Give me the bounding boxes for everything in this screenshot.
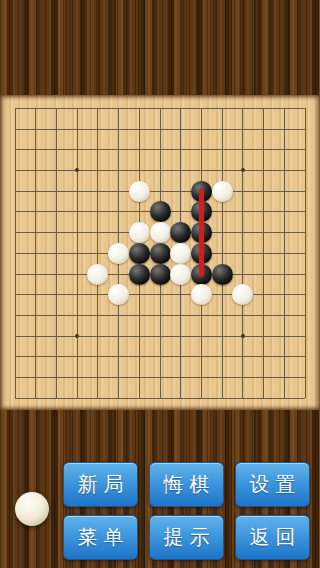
stone-black: [212, 264, 233, 285]
star-point: [75, 168, 79, 172]
grid-line-vertical: [222, 108, 223, 398]
grid-line-horizontal: [15, 356, 305, 357]
win-line: [199, 189, 204, 277]
stone-white: [108, 284, 129, 305]
stone-white: [129, 222, 150, 243]
grid-line-horizontal: [15, 398, 305, 399]
stone-white: [87, 264, 108, 285]
board-grid[interactable]: [0, 95, 320, 410]
grid-line-vertical: [284, 108, 285, 398]
stone-white: [108, 243, 129, 264]
star-point: [75, 334, 79, 338]
stone-white: [170, 243, 191, 264]
star-point: [241, 334, 245, 338]
grid-line-vertical: [242, 108, 243, 398]
grid-line-vertical: [305, 108, 306, 398]
new-game-button[interactable]: 新局: [63, 462, 138, 507]
board-panel: [0, 95, 320, 410]
grid-line-horizontal: [15, 336, 305, 337]
stone-white: [191, 284, 212, 305]
stone-black: [150, 201, 171, 222]
grid-line-horizontal: [15, 315, 305, 316]
star-point: [241, 168, 245, 172]
turn-indicator-stone: [15, 492, 49, 526]
hint-button[interactable]: 提示: [149, 515, 224, 560]
grid-line-vertical: [263, 108, 264, 398]
grid-line-horizontal: [15, 377, 305, 378]
stone-white: [150, 222, 171, 243]
button-grid: 新局 悔棋 设置 菜单 提示 返回: [63, 462, 310, 560]
menu-button[interactable]: 菜单: [63, 515, 138, 560]
stone-white: [232, 284, 253, 305]
stone-white: [212, 181, 233, 202]
settings-button[interactable]: 设置: [235, 462, 310, 507]
back-button[interactable]: 返回: [235, 515, 310, 560]
stone-black: [170, 222, 191, 243]
stone-black: [129, 243, 150, 264]
stone-white: [170, 264, 191, 285]
stone-black: [129, 264, 150, 285]
stone-black: [150, 264, 171, 285]
undo-button[interactable]: 悔棋: [149, 462, 224, 507]
stone-black: [150, 243, 171, 264]
grid-line-horizontal: [15, 294, 305, 295]
stone-white: [129, 181, 150, 202]
